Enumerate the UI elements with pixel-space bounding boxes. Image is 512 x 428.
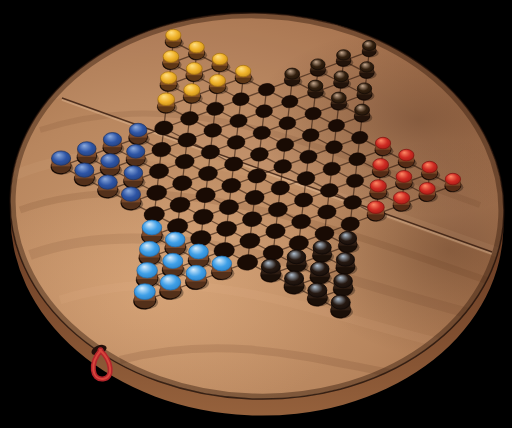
peg-top bbox=[308, 283, 327, 297]
peg-top bbox=[285, 68, 300, 79]
peg-top bbox=[166, 29, 181, 41]
peg-top bbox=[261, 259, 280, 273]
peg-top bbox=[134, 284, 155, 300]
peg-top bbox=[52, 151, 71, 165]
peg-top bbox=[422, 161, 437, 173]
peg-top bbox=[375, 137, 390, 149]
peg-top bbox=[419, 182, 435, 194]
peg-top bbox=[236, 65, 251, 77]
peg-top bbox=[336, 253, 354, 267]
peg-top bbox=[127, 145, 145, 159]
peg-top bbox=[334, 71, 348, 82]
peg-top bbox=[339, 231, 357, 244]
peg-top bbox=[142, 220, 162, 235]
peg-top bbox=[75, 163, 94, 177]
peg-top bbox=[124, 166, 143, 180]
scene bbox=[0, 0, 512, 428]
peg-top bbox=[121, 187, 140, 201]
peg-top bbox=[285, 271, 304, 285]
peg-top bbox=[337, 50, 351, 60]
peg-top bbox=[396, 170, 412, 182]
peg-top bbox=[212, 53, 227, 65]
peg-top bbox=[368, 201, 385, 214]
peg-top bbox=[399, 149, 414, 161]
peg-top bbox=[158, 93, 175, 106]
peg-top bbox=[103, 133, 121, 147]
peg-top bbox=[189, 41, 204, 53]
peg-top bbox=[212, 256, 232, 271]
peg-top bbox=[363, 40, 376, 50]
peg-top bbox=[163, 253, 183, 268]
peg-top bbox=[77, 142, 96, 156]
peg-top bbox=[357, 83, 371, 94]
peg-top bbox=[184, 84, 200, 96]
peg-top bbox=[137, 263, 158, 279]
peg-top bbox=[355, 104, 370, 115]
peg-top bbox=[189, 244, 209, 259]
peg-top bbox=[311, 59, 325, 70]
peg-top bbox=[129, 123, 147, 136]
peg-top bbox=[210, 74, 226, 86]
peg-top bbox=[331, 295, 350, 309]
peg-top bbox=[313, 241, 331, 255]
peg-top bbox=[373, 158, 389, 170]
chinese-checkers-board bbox=[0, 0, 512, 428]
peg-top bbox=[445, 173, 460, 185]
peg-top bbox=[310, 262, 329, 276]
peg-top bbox=[165, 232, 185, 247]
peg-top bbox=[160, 72, 176, 84]
peg-top bbox=[160, 275, 181, 291]
peg-top bbox=[139, 241, 159, 256]
peg-top bbox=[360, 62, 374, 72]
peg-top bbox=[331, 92, 346, 103]
peg-top bbox=[98, 175, 117, 189]
peg-top bbox=[163, 50, 179, 62]
peg-top bbox=[186, 62, 202, 74]
peg-top bbox=[186, 265, 206, 280]
peg-top bbox=[308, 80, 323, 91]
peg-top bbox=[101, 154, 120, 168]
peg-top bbox=[287, 250, 306, 264]
peg-top bbox=[393, 192, 409, 204]
peg-top bbox=[334, 274, 353, 288]
peg-top bbox=[370, 180, 386, 192]
